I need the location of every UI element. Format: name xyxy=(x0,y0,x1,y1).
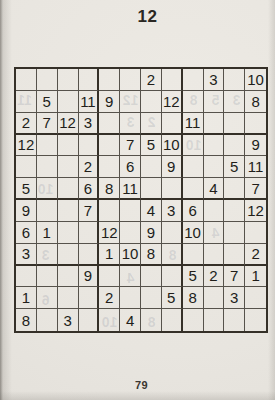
sudoku-cell-r7c10[interactable] xyxy=(204,200,225,222)
sudoku-cell-r9c8[interactable] xyxy=(162,244,183,266)
sudoku-cell-r8c3[interactable] xyxy=(58,222,79,244)
sudoku-cell-r9c3[interactable] xyxy=(58,244,79,266)
sudoku-cell-r11c5[interactable]: 2 xyxy=(99,287,120,309)
sudoku-cell-r5c9[interactable] xyxy=(183,156,204,178)
sudoku-cell-r4c12[interactable]: 9 xyxy=(245,135,266,157)
sudoku-cell-r9c7[interactable]: 8 xyxy=(141,244,162,266)
sudoku-cell-r2c2[interactable]: 5 xyxy=(37,91,58,113)
sudoku-cell-r7c5[interactable] xyxy=(99,200,120,222)
sudoku-cell-r4c6[interactable]: 7 xyxy=(120,135,141,157)
sudoku-cell-r12c8[interactable] xyxy=(162,309,183,331)
sudoku-cell-r5c10[interactable] xyxy=(204,156,225,178)
sudoku-cell-r3c3[interactable]: 12 xyxy=(58,113,79,135)
sudoku-cell-r7c12[interactable]: 12 xyxy=(245,200,266,222)
sudoku-cell-r1c3[interactable] xyxy=(58,69,79,91)
sudoku-cell-r11c9[interactable]: 8 xyxy=(183,287,204,309)
sudoku-cell-r3c2[interactable]: 7 xyxy=(37,113,58,135)
sudoku-cell-r10c3[interactable] xyxy=(58,266,79,288)
sudoku-cell-r3c4[interactable]: 3 xyxy=(79,113,100,135)
sudoku-cell-r2c10[interactable] xyxy=(204,91,225,113)
sudoku-cell-r4c9[interactable] xyxy=(183,135,204,157)
sudoku-cell-r4c4[interactable] xyxy=(79,135,100,157)
sudoku-cell-r3c7[interactable] xyxy=(141,113,162,135)
sudoku-cell-r2c12[interactable]: 8 xyxy=(245,91,266,113)
puzzle-number-title: 12 xyxy=(10,7,275,27)
sudoku-cell-r6c10[interactable]: 4 xyxy=(204,178,225,200)
sudoku-cell-r4c1[interactable]: 12 xyxy=(16,135,37,157)
sudoku-cell-r6c1[interactable]: 5 xyxy=(16,178,37,200)
sudoku-cell-r10c2[interactable] xyxy=(37,266,58,288)
sudoku-cell-r1c10[interactable]: 3 xyxy=(204,69,225,91)
sudoku-cell-r10c10[interactable]: 2 xyxy=(204,266,225,288)
sudoku-cell-r10c1[interactable] xyxy=(16,266,37,288)
sudoku-cell-r6c11[interactable] xyxy=(224,178,245,200)
sudoku-cell-r3c10[interactable] xyxy=(204,113,225,135)
sudoku-cell-r2c3[interactable] xyxy=(58,91,79,113)
sudoku-cell-r12c12[interactable] xyxy=(245,309,266,331)
sudoku-cell-r5c7[interactable] xyxy=(141,156,162,178)
sudoku-cell-r10c4[interactable]: 9 xyxy=(79,266,100,288)
sudoku-cell-r1c12[interactable]: 10 xyxy=(245,69,266,91)
sudoku-cell-r8c11[interactable] xyxy=(224,222,245,244)
sudoku-cell-r9c11[interactable] xyxy=(224,244,245,266)
sudoku-cell-r9c2[interactable] xyxy=(37,244,58,266)
sudoku-cell-r8c12[interactable] xyxy=(245,222,266,244)
sudoku-cell-r6c5[interactable]: 8 xyxy=(99,178,120,200)
sudoku-cell-r11c6[interactable] xyxy=(120,287,141,309)
sudoku-cell-r2c8[interactable]: 12 xyxy=(162,91,183,113)
sudoku-cell-r2c7[interactable] xyxy=(141,91,162,113)
sudoku-cell-r12c10[interactable] xyxy=(204,309,225,331)
sudoku-cell-r8c9[interactable]: 10 xyxy=(183,222,204,244)
sudoku-cell-r11c11[interactable]: 3 xyxy=(224,287,245,309)
sudoku-cell-r7c11[interactable] xyxy=(224,200,245,222)
sudoku-cell-r1c2[interactable] xyxy=(37,69,58,91)
sudoku-cell-r7c9[interactable]: 6 xyxy=(183,200,204,222)
sudoku-cell-r12c11[interactable] xyxy=(224,309,245,331)
sudoku-cell-r12c6[interactable]: 4 xyxy=(120,309,141,331)
sudoku-cell-r10c5[interactable] xyxy=(99,266,120,288)
sudoku-cell-r6c7[interactable] xyxy=(141,178,162,200)
sudoku-cell-r5c4[interactable]: 2 xyxy=(79,156,100,178)
sudoku-cell-r3c9[interactable]: 11 xyxy=(183,113,204,135)
sudoku-cell-r10c7[interactable] xyxy=(141,266,162,288)
sudoku-cell-r8c1[interactable]: 6 xyxy=(16,222,37,244)
sudoku-cell-r7c8[interactable]: 3 xyxy=(162,200,183,222)
sudoku-cell-r11c2[interactable] xyxy=(37,287,58,309)
sudoku-cell-r7c7[interactable]: 4 xyxy=(141,200,162,222)
sudoku-cell-r4c11[interactable] xyxy=(224,135,245,157)
sudoku-cell-r8c8[interactable] xyxy=(162,222,183,244)
sudoku-cell-r12c2[interactable] xyxy=(37,309,58,331)
sudoku-cell-r4c3[interactable] xyxy=(58,135,79,157)
sudoku-cell-r9c1[interactable]: 3 xyxy=(16,244,37,266)
sudoku-cell-r12c3[interactable]: 3 xyxy=(58,309,79,331)
sudoku-cell-r8c6[interactable] xyxy=(120,222,141,244)
sudoku-cell-r5c8[interactable]: 9 xyxy=(162,156,183,178)
sudoku-cell-r9c6[interactable]: 10 xyxy=(120,244,141,266)
sudoku-cell-r11c12[interactable] xyxy=(245,287,266,309)
sudoku-cell-r9c9[interactable] xyxy=(183,244,204,266)
sudoku-cell-r11c4[interactable] xyxy=(79,287,100,309)
sudoku-cell-r2c6[interactable] xyxy=(120,91,141,113)
page-number: 79 xyxy=(4,379,275,391)
sudoku-cell-r6c9[interactable] xyxy=(183,178,204,200)
sudoku-cell-r6c8[interactable] xyxy=(162,178,183,200)
sudoku-cell-r8c7[interactable]: 9 xyxy=(141,222,162,244)
sudoku-cell-r3c6[interactable] xyxy=(120,113,141,135)
sudoku-cell-r7c4[interactable]: 7 xyxy=(79,200,100,222)
sudoku-cell-r9c12[interactable]: 2 xyxy=(245,244,266,266)
sudoku-cell-r5c1[interactable] xyxy=(16,156,37,178)
sudoku-cell-r3c12[interactable] xyxy=(245,113,266,135)
sudoku-cell-r10c12[interactable]: 1 xyxy=(245,266,266,288)
sudoku-cell-r2c11[interactable] xyxy=(224,91,245,113)
sudoku-cell-r11c3[interactable] xyxy=(58,287,79,309)
sudoku-cell-r6c4[interactable]: 6 xyxy=(79,178,100,200)
sudoku-cell-r5c2[interactable] xyxy=(37,156,58,178)
sudoku-cell-r11c8[interactable]: 5 xyxy=(162,287,183,309)
sudoku-cell-r2c1[interactable] xyxy=(16,91,37,113)
sudoku-cell-r7c3[interactable] xyxy=(58,200,79,222)
scanned-puzzle-page: 12 111285332101043846108 231051191282712… xyxy=(0,0,275,400)
sudoku-cell-r8c4[interactable] xyxy=(79,222,100,244)
sudoku-cell-r10c8[interactable] xyxy=(162,266,183,288)
sudoku-cell-r1c7[interactable]: 2 xyxy=(141,69,162,91)
sudoku-cell-r4c5[interactable] xyxy=(99,135,120,157)
sudoku-cell-r1c1[interactable] xyxy=(16,69,37,91)
sudoku-cell-r6c3[interactable] xyxy=(58,178,79,200)
sudoku-cell-r2c9[interactable] xyxy=(183,91,204,113)
sudoku-cell-r12c1[interactable]: 8 xyxy=(16,309,37,331)
sudoku-cell-r11c10[interactable] xyxy=(204,287,225,309)
sudoku-cell-r1c8[interactable] xyxy=(162,69,183,91)
sudoku-cell-r3c5[interactable] xyxy=(99,113,120,135)
sudoku-cell-r12c9[interactable] xyxy=(183,309,204,331)
sudoku-cell-r12c7[interactable] xyxy=(141,309,162,331)
sudoku-cell-r6c2[interactable] xyxy=(37,178,58,200)
sudoku-cell-r4c7[interactable]: 5 xyxy=(141,135,162,157)
sudoku-cell-r5c11[interactable]: 5 xyxy=(224,156,245,178)
sudoku-cell-r7c2[interactable] xyxy=(37,200,58,222)
sudoku-cell-r2c5[interactable]: 9 xyxy=(99,91,120,113)
sudoku-cell-r11c7[interactable] xyxy=(141,287,162,309)
sudoku-cell-r4c8[interactable]: 10 xyxy=(162,135,183,157)
sudoku-cell-r3c11[interactable] xyxy=(224,113,245,135)
sudoku-cell-r1c9[interactable] xyxy=(183,69,204,91)
sudoku-cell-r3c8[interactable] xyxy=(162,113,183,135)
sudoku-cell-r12c5[interactable] xyxy=(99,309,120,331)
sudoku-cell-r4c10[interactable] xyxy=(204,135,225,157)
sudoku-cell-r1c6[interactable] xyxy=(120,69,141,91)
sudoku-cell-r3c1[interactable]: 2 xyxy=(16,113,37,135)
sudoku-cell-r6c12[interactable]: 7 xyxy=(245,178,266,200)
sudoku-cell-r7c1[interactable]: 9 xyxy=(16,200,37,222)
sudoku-cell-r5c12[interactable]: 11 xyxy=(245,156,266,178)
sudoku-cell-r8c5[interactable]: 12 xyxy=(99,222,120,244)
sudoku-cell-r5c6[interactable]: 6 xyxy=(120,156,141,178)
sudoku-cell-r4c2[interactable] xyxy=(37,135,58,157)
sudoku-cell-r8c2[interactable]: 1 xyxy=(37,222,58,244)
sudoku-cell-r9c5[interactable]: 1 xyxy=(99,244,120,266)
sudoku-cell-r1c11[interactable] xyxy=(224,69,245,91)
sudoku-cell-r2c4[interactable]: 11 xyxy=(79,91,100,113)
sudoku-cell-r9c4[interactable] xyxy=(79,244,100,266)
sudoku-cell-r7c6[interactable] xyxy=(120,200,141,222)
sudoku-cell-r10c6[interactable] xyxy=(120,266,141,288)
sudoku-cell-r11c1[interactable]: 1 xyxy=(16,287,37,309)
sudoku-cell-r12c4[interactable] xyxy=(79,309,100,331)
sudoku-cell-r10c9[interactable]: 5 xyxy=(183,266,204,288)
sudoku-board: 2310511912827123111275109269511568114797… xyxy=(14,67,268,333)
sudoku-cell-r9c10[interactable] xyxy=(204,244,225,266)
sudoku-cell-r1c5[interactable] xyxy=(99,69,120,91)
sudoku-cell-r5c3[interactable] xyxy=(58,156,79,178)
sudoku-cell-r10c11[interactable]: 7 xyxy=(224,266,245,288)
sudoku-cell-r8c10[interactable] xyxy=(204,222,225,244)
sudoku-cell-r5c5[interactable] xyxy=(99,156,120,178)
sudoku-cell-r1c4[interactable] xyxy=(79,69,100,91)
sudoku-cell-r6c6[interactable]: 11 xyxy=(120,178,141,200)
